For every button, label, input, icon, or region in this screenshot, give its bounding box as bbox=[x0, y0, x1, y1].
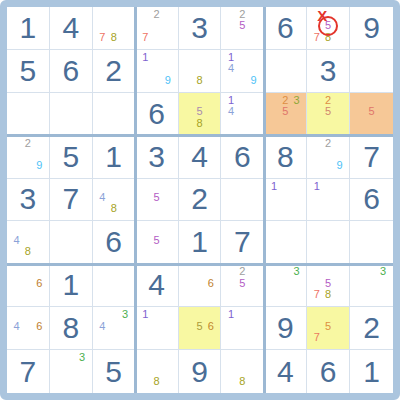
note-digit-8: 8 bbox=[22, 246, 33, 257]
sudoku-cell-r2c3[interactable]: 2 bbox=[93, 50, 136, 93]
sudoku-cell-r6c9[interactable] bbox=[350, 221, 393, 264]
sudoku-cell-r4c1[interactable]: 29 bbox=[7, 136, 50, 179]
cell-value-digit: 6 bbox=[221, 136, 263, 178]
cell-value-digit: 4 bbox=[179, 136, 221, 178]
sudoku-cell-r2c8[interactable]: 3 bbox=[307, 50, 350, 93]
note-digit-2: 2 bbox=[22, 138, 33, 149]
sudoku-cell-r2c7[interactable] bbox=[264, 50, 307, 93]
cell-value-digit: 6 bbox=[50, 50, 92, 92]
sudoku-board: 1478273256578X95621981493658142352552951… bbox=[7, 7, 393, 393]
note-digit-5: 5 bbox=[237, 278, 248, 289]
sudoku-cell-r1c3[interactable]: 78 bbox=[93, 7, 136, 50]
cell-value-digit: 1 bbox=[7, 7, 49, 49]
cell-value-digit: 2 bbox=[93, 50, 135, 92]
note-digit-7: 7 bbox=[311, 32, 322, 43]
note-digit-4: 4 bbox=[225, 63, 236, 74]
cell-value-digit: 8 bbox=[50, 307, 92, 349]
sudoku-cell-r4c3[interactable]: 1 bbox=[93, 136, 136, 179]
note-digit-9: 9 bbox=[248, 74, 259, 85]
sudoku-app: 1478273256578X95621981493658142352552951… bbox=[0, 0, 400, 400]
sudoku-cell-r7c5[interactable]: 6 bbox=[179, 264, 222, 307]
sudoku-cell-r8c1[interactable]: 46 bbox=[7, 307, 50, 350]
note-digit-8: 8 bbox=[151, 375, 162, 387]
note-digit-9: 9 bbox=[34, 160, 45, 171]
cell-notes: 1 bbox=[307, 179, 349, 221]
sudoku-cell-r9c1[interactable]: 7 bbox=[7, 350, 50, 393]
sudoku-cell-r3c9[interactable]: 5 bbox=[350, 93, 393, 136]
cell-notes: 5 bbox=[136, 179, 178, 221]
cell-notes: 3 bbox=[50, 350, 92, 393]
cell-value-digit: 7 bbox=[350, 136, 393, 178]
note-digit-8: 8 bbox=[108, 32, 119, 43]
cell-value-digit: 9 bbox=[264, 307, 306, 349]
note-digit-1: 1 bbox=[140, 52, 151, 63]
cell-value-digit: 6 bbox=[93, 221, 135, 263]
sudoku-cell-r3c4[interactable]: 6 bbox=[136, 93, 179, 136]
cell-value-digit: 3 bbox=[179, 7, 221, 49]
cell-notes: 1 bbox=[136, 307, 178, 349]
cell-notes: 29 bbox=[307, 136, 349, 178]
note-digit-2: 2 bbox=[151, 9, 162, 20]
cell-value-digit: 1 bbox=[350, 350, 393, 393]
cell-notes: 6 bbox=[179, 264, 221, 306]
sudoku-cell-r4c4[interactable]: 3 bbox=[136, 136, 179, 179]
cell-value-digit: 6 bbox=[264, 7, 306, 49]
sudoku-cell-r1c5[interactable]: 3 bbox=[179, 7, 222, 50]
sudoku-cell-r7c7[interactable]: 3 bbox=[264, 264, 307, 307]
cell-value-digit: 1 bbox=[50, 264, 92, 306]
sudoku-cell-r3c3[interactable] bbox=[93, 93, 136, 136]
sudoku-cell-r3c6[interactable]: 14 bbox=[221, 93, 264, 136]
sudoku-cell-r5c3[interactable]: 48 bbox=[93, 179, 136, 222]
cell-value-digit: 7 bbox=[50, 179, 92, 221]
cell-value-digit: 7 bbox=[7, 350, 49, 393]
sudoku-cell-r1c8[interactable]: 578X bbox=[307, 7, 350, 50]
note-digit-7: 7 bbox=[311, 332, 322, 343]
sudoku-cell-r5c7[interactable]: 1 bbox=[264, 179, 307, 222]
sudoku-cell-r5c5[interactable]: 2 bbox=[179, 179, 222, 222]
sudoku-cell-r9c5[interactable]: 9 bbox=[179, 350, 222, 393]
cell-notes: 58 bbox=[179, 93, 221, 135]
sudoku-cell-r9c7[interactable]: 4 bbox=[264, 350, 307, 393]
sudoku-cell-r6c4[interactable]: 5 bbox=[136, 221, 179, 264]
sudoku-cell-r3c5[interactable]: 58 bbox=[179, 93, 222, 136]
sudoku-cell-r8c9[interactable]: 2 bbox=[350, 307, 393, 350]
sudoku-cell-r5c4[interactable]: 5 bbox=[136, 179, 179, 222]
note-digit-5: 5 bbox=[151, 235, 162, 246]
note-digit-5: 5 bbox=[323, 321, 334, 332]
note-digit-8: 8 bbox=[237, 375, 248, 387]
cell-notes: 578 bbox=[307, 7, 349, 49]
sudoku-cell-r6c2[interactable] bbox=[50, 221, 93, 264]
cell-notes: 235 bbox=[264, 93, 306, 135]
sudoku-cell-r4c5[interactable]: 4 bbox=[179, 136, 222, 179]
cell-notes: 578 bbox=[307, 264, 349, 306]
cell-notes: 27 bbox=[136, 7, 178, 49]
note-digit-8: 8 bbox=[194, 117, 205, 128]
sudoku-cell-r8c8[interactable]: 57 bbox=[307, 307, 350, 350]
cell-notes: 29 bbox=[7, 136, 49, 178]
note-digit-6: 6 bbox=[205, 321, 216, 332]
sudoku-cell-r2c4[interactable]: 19 bbox=[136, 50, 179, 93]
cell-value-digit: 7 bbox=[221, 221, 263, 263]
sudoku-cell-r5c2[interactable]: 7 bbox=[50, 179, 93, 222]
cell-value-digit: 3 bbox=[136, 136, 178, 178]
sudoku-cell-r1c9[interactable]: 9 bbox=[350, 7, 393, 50]
note-digit-4: 4 bbox=[225, 106, 236, 117]
sudoku-cell-r4c8[interactable]: 29 bbox=[307, 136, 350, 179]
note-digit-3: 3 bbox=[119, 309, 130, 320]
note-digit-3: 3 bbox=[76, 352, 87, 364]
sudoku-cell-r4c6[interactable]: 6 bbox=[221, 136, 264, 179]
sudoku-cell-r5c8[interactable]: 1 bbox=[307, 179, 350, 222]
cell-value-digit: 2 bbox=[179, 179, 221, 221]
sudoku-cell-r1c4[interactable]: 27 bbox=[136, 7, 179, 50]
cell-value-digit: 5 bbox=[50, 136, 92, 178]
sudoku-cell-r6c6[interactable]: 7 bbox=[221, 221, 264, 264]
sudoku-cell-r2c9[interactable] bbox=[350, 50, 393, 93]
cell-notes: 5 bbox=[136, 221, 178, 263]
sudoku-cell-r9c9[interactable]: 1 bbox=[350, 350, 393, 393]
note-digit-1: 1 bbox=[311, 181, 322, 192]
sudoku-cell-r7c2[interactable]: 1 bbox=[50, 264, 93, 307]
sudoku-cell-r8c3[interactable]: 34 bbox=[93, 307, 136, 350]
sudoku-cell-r4c7[interactable]: 8 bbox=[264, 136, 307, 179]
sudoku-cell-r9c3[interactable]: 5 bbox=[93, 350, 136, 393]
cell-notes: 1 bbox=[264, 179, 306, 221]
x-mark-annotation: X bbox=[317, 7, 327, 24]
sudoku-cell-r5c6[interactable] bbox=[221, 179, 264, 222]
cell-notes: 57 bbox=[307, 307, 349, 349]
sudoku-cell-r2c5[interactable]: 8 bbox=[179, 50, 222, 93]
note-digit-5: 5 bbox=[194, 321, 205, 332]
cell-notes: 46 bbox=[7, 307, 49, 349]
sudoku-cell-r2c2[interactable]: 6 bbox=[50, 50, 93, 93]
note-digit-8: 8 bbox=[108, 203, 119, 214]
note-digit-5: 5 bbox=[366, 106, 378, 117]
note-digit-7: 7 bbox=[97, 32, 108, 43]
sudoku-cell-r8c2[interactable]: 8 bbox=[50, 307, 93, 350]
note-digit-8: 8 bbox=[323, 32, 334, 43]
sudoku-cell-r4c9[interactable]: 7 bbox=[350, 136, 393, 179]
sudoku-cell-r9c8[interactable]: 6 bbox=[307, 350, 350, 393]
note-digit-6: 6 bbox=[34, 278, 45, 289]
sudoku-cell-r6c8[interactable] bbox=[307, 221, 350, 264]
note-digit-7: 7 bbox=[140, 32, 151, 43]
note-digit-2: 2 bbox=[237, 266, 248, 277]
note-digit-1: 1 bbox=[225, 309, 236, 320]
note-digit-4: 4 bbox=[11, 321, 22, 332]
sudoku-cell-r3c7[interactable]: 235 bbox=[264, 93, 307, 136]
sudoku-cell-r9c6[interactable]: 8 bbox=[221, 350, 264, 393]
sudoku-cell-r3c8[interactable]: 25 bbox=[307, 93, 350, 136]
note-digit-2: 2 bbox=[323, 138, 334, 149]
sudoku-cell-r6c1[interactable]: 48 bbox=[7, 221, 50, 264]
note-digit-7: 7 bbox=[311, 289, 322, 300]
cell-notes: 8 bbox=[221, 350, 263, 393]
cell-notes: 5 bbox=[350, 93, 393, 135]
note-digit-5: 5 bbox=[194, 106, 205, 117]
cell-value-digit: 4 bbox=[50, 7, 92, 49]
sudoku-cell-r7c1[interactable]: 6 bbox=[7, 264, 50, 307]
cell-value-digit: 9 bbox=[179, 350, 221, 393]
note-digit-8: 8 bbox=[323, 289, 334, 300]
sudoku-cell-r1c1[interactable]: 1 bbox=[7, 7, 50, 50]
cell-notes: 25 bbox=[307, 93, 349, 135]
cell-value-digit: 6 bbox=[136, 93, 178, 135]
note-digit-8: 8 bbox=[194, 74, 205, 85]
note-digit-6: 6 bbox=[205, 278, 216, 289]
sudoku-cell-r2c6[interactable]: 149 bbox=[221, 50, 264, 93]
sudoku-cell-r8c7[interactable]: 9 bbox=[264, 307, 307, 350]
cell-value-digit: 3 bbox=[307, 50, 349, 92]
note-digit-9: 9 bbox=[334, 160, 345, 171]
cell-value-digit: 8 bbox=[264, 136, 306, 178]
note-digit-4: 4 bbox=[97, 321, 108, 332]
sudoku-cell-r6c5[interactable]: 1 bbox=[179, 221, 222, 264]
sudoku-cell-r7c6[interactable]: 25 bbox=[221, 264, 264, 307]
sudoku-cell-r5c1[interactable]: 3 bbox=[7, 179, 50, 222]
note-digit-6: 6 bbox=[34, 321, 45, 332]
sudoku-board-frame: 1478273256578X95621981493658142352552951… bbox=[0, 0, 400, 400]
cell-notes: 19 bbox=[136, 50, 178, 92]
cell-notes: 6 bbox=[7, 264, 49, 306]
cell-notes: 149 bbox=[221, 50, 263, 92]
cell-notes: 8 bbox=[179, 50, 221, 92]
cell-value-digit: 3 bbox=[7, 179, 49, 221]
sudoku-cell-r8c5[interactable]: 56 bbox=[179, 307, 222, 350]
sudoku-cell-r7c9[interactable]: 3 bbox=[350, 264, 393, 307]
sudoku-cell-r1c2[interactable]: 4 bbox=[50, 7, 93, 50]
note-digit-1: 1 bbox=[140, 309, 151, 320]
cell-notes: 78 bbox=[93, 7, 135, 49]
cell-value-digit: 9 bbox=[350, 7, 393, 49]
note-digit-1: 1 bbox=[268, 181, 279, 192]
sudoku-cell-r7c8[interactable]: 578 bbox=[307, 264, 350, 307]
cell-value-digit: 5 bbox=[93, 350, 135, 393]
note-digit-5: 5 bbox=[151, 192, 162, 203]
sudoku-cell-r7c3[interactable] bbox=[93, 264, 136, 307]
sudoku-cell-r6c3[interactable]: 6 bbox=[93, 221, 136, 264]
sudoku-cell-r3c2[interactable] bbox=[50, 93, 93, 136]
sudoku-cell-r9c2[interactable]: 3 bbox=[50, 350, 93, 393]
sudoku-cell-r3c1[interactable] bbox=[7, 93, 50, 136]
cell-notes: 25 bbox=[221, 264, 263, 306]
note-digit-4: 4 bbox=[11, 235, 22, 246]
cell-value-digit: 4 bbox=[136, 264, 178, 306]
cell-notes: 48 bbox=[93, 179, 135, 221]
sudoku-cell-r4c2[interactable]: 5 bbox=[50, 136, 93, 179]
cell-notes: 3 bbox=[264, 264, 306, 306]
sudoku-cell-r8c6[interactable]: 1 bbox=[221, 307, 264, 350]
sudoku-cell-r1c7[interactable]: 6 bbox=[264, 7, 307, 50]
sudoku-cell-r2c1[interactable]: 5 bbox=[7, 50, 50, 93]
note-digit-3: 3 bbox=[291, 266, 302, 277]
cell-notes: 1 bbox=[221, 307, 263, 349]
note-digit-9: 9 bbox=[162, 74, 173, 85]
cell-notes: 25 bbox=[221, 7, 263, 49]
cell-notes: 8 bbox=[136, 350, 178, 393]
cell-value-digit: 1 bbox=[179, 221, 221, 263]
sudoku-cell-r9c4[interactable]: 8 bbox=[136, 350, 179, 393]
sudoku-cell-r7c4[interactable]: 4 bbox=[136, 264, 179, 307]
cell-notes: 48 bbox=[7, 221, 49, 263]
note-digit-3: 3 bbox=[291, 95, 302, 106]
sudoku-cell-r1c6[interactable]: 25 bbox=[221, 7, 264, 50]
cell-value-digit: 6 bbox=[307, 350, 349, 393]
cell-value-digit: 6 bbox=[350, 179, 393, 221]
sudoku-cell-r6c7[interactable] bbox=[264, 221, 307, 264]
note-digit-4: 4 bbox=[97, 192, 108, 203]
sudoku-cell-r5c9[interactable]: 6 bbox=[350, 179, 393, 222]
note-digit-3: 3 bbox=[377, 266, 389, 277]
cell-notes: 14 bbox=[221, 93, 263, 135]
cell-value-digit: 1 bbox=[93, 136, 135, 178]
note-digit-5: 5 bbox=[323, 106, 334, 117]
cell-notes: 56 bbox=[179, 307, 221, 349]
cell-notes: 3 bbox=[350, 264, 393, 306]
cell-value-digit: 5 bbox=[7, 50, 49, 92]
note-digit-5: 5 bbox=[237, 20, 248, 31]
cell-value-digit: 4 bbox=[264, 350, 306, 393]
cell-notes: 34 bbox=[93, 307, 135, 349]
cell-value-digit: 2 bbox=[350, 307, 393, 349]
sudoku-cell-r8c4[interactable]: 1 bbox=[136, 307, 179, 350]
note-digit-5: 5 bbox=[280, 106, 291, 117]
